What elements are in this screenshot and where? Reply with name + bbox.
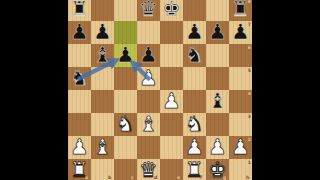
file-label-c: c <box>131 175 134 180</box>
square-e7[interactable] <box>160 21 183 44</box>
square-d6[interactable]: ♟ <box>137 44 160 67</box>
piece-black-bishop-b6[interactable]: ♝ <box>91 44 114 67</box>
square-b3[interactable] <box>91 113 114 136</box>
file-label-e: e <box>177 175 180 180</box>
square-f4[interactable] <box>183 90 206 113</box>
rank-label-5: 5 <box>246 68 251 73</box>
square-b7[interactable]: ♟ <box>91 21 114 44</box>
piece-white-bishop-b2[interactable]: ♝ <box>91 136 114 159</box>
chess-board[interactable]: ♜♛♚♜♟♟♟♟♟♝♟♟♞♞♟♟♝♞♝♞♟♝♟♟♟♜♛♜♚87654321abc… <box>68 0 252 180</box>
square-g6[interactable] <box>206 44 229 67</box>
square-f6[interactable]: ♞ <box>183 44 206 67</box>
square-e3[interactable] <box>160 113 183 136</box>
piece-white-pawn-a2[interactable]: ♟ <box>68 136 91 159</box>
square-g3[interactable] <box>206 113 229 136</box>
piece-black-bishop-g4[interactable]: ♝ <box>206 90 229 113</box>
square-c5[interactable] <box>114 67 137 90</box>
piece-white-knight-c3[interactable]: ♞ <box>114 113 137 136</box>
piece-white-rook-f1[interactable]: ♜ <box>183 159 206 180</box>
piece-black-pawn-f7[interactable]: ♟ <box>183 21 206 44</box>
square-d8[interactable]: ♛ <box>137 0 160 21</box>
rank-label-4: 4 <box>246 91 251 96</box>
piece-black-pawn-a7[interactable]: ♟ <box>68 21 91 44</box>
square-a8[interactable]: ♜ <box>68 0 91 21</box>
file-label-f: f <box>200 175 202 180</box>
square-d7[interactable] <box>137 21 160 44</box>
square-a7[interactable]: ♟ <box>68 21 91 44</box>
rank-label-1: 1 <box>246 160 251 165</box>
square-c8[interactable] <box>114 0 137 21</box>
piece-black-pawn-d6[interactable]: ♟ <box>137 44 160 67</box>
square-d5[interactable]: ♟ <box>137 67 160 90</box>
square-e8[interactable]: ♚ <box>160 0 183 21</box>
square-c6[interactable]: ♟ <box>114 44 137 67</box>
square-g8[interactable] <box>206 0 229 21</box>
square-a3[interactable] <box>68 113 91 136</box>
square-c2[interactable] <box>114 136 137 159</box>
square-f1[interactable]: ♜ <box>183 159 206 180</box>
square-d4[interactable] <box>137 90 160 113</box>
square-a2[interactable]: ♟ <box>68 136 91 159</box>
piece-white-pawn-d5[interactable]: ♟ <box>137 67 160 90</box>
piece-black-rook-a8[interactable]: ♜ <box>68 0 91 21</box>
square-b5[interactable] <box>91 67 114 90</box>
square-e4[interactable]: ♟ <box>160 90 183 113</box>
square-f8[interactable] <box>183 0 206 21</box>
square-a4[interactable] <box>68 90 91 113</box>
file-label-b: b <box>108 175 111 180</box>
piece-black-pawn-c6[interactable]: ♟ <box>114 44 137 67</box>
square-b2[interactable]: ♝ <box>91 136 114 159</box>
square-g7[interactable]: ♟ <box>206 21 229 44</box>
square-e5[interactable] <box>160 67 183 90</box>
square-b8[interactable] <box>91 0 114 21</box>
piece-black-queen-d8[interactable]: ♛ <box>137 0 160 21</box>
piece-black-king-e8[interactable]: ♚ <box>160 0 183 21</box>
square-f7[interactable]: ♟ <box>183 21 206 44</box>
square-g2[interactable]: ♟ <box>206 136 229 159</box>
piece-white-pawn-f2[interactable]: ♟ <box>183 136 206 159</box>
square-f3[interactable]: ♞ <box>183 113 206 136</box>
square-a6[interactable] <box>68 44 91 67</box>
file-label-d: d <box>154 175 157 180</box>
file-label-g: g <box>223 175 226 180</box>
square-c4[interactable] <box>114 90 137 113</box>
square-a5[interactable]: ♞ <box>68 67 91 90</box>
file-label-a: a <box>85 175 88 180</box>
square-c7[interactable] <box>114 21 137 44</box>
file-label-h: h <box>246 175 249 180</box>
square-e2[interactable] <box>160 136 183 159</box>
rank-label-8: 8 <box>246 0 251 4</box>
piece-black-knight-a5[interactable]: ♞ <box>68 67 91 90</box>
rank-label-7: 7 <box>246 22 251 27</box>
square-c3[interactable]: ♞ <box>114 113 137 136</box>
square-g4[interactable]: ♝ <box>206 90 229 113</box>
piece-black-pawn-b7[interactable]: ♟ <box>91 21 114 44</box>
rank-label-6: 6 <box>246 45 251 50</box>
piece-black-knight-f6[interactable]: ♞ <box>183 44 206 67</box>
square-f2[interactable]: ♟ <box>183 136 206 159</box>
square-b4[interactable] <box>91 90 114 113</box>
piece-white-pawn-g2[interactable]: ♟ <box>206 136 229 159</box>
rank-label-3: 3 <box>246 114 251 119</box>
piece-black-pawn-g7[interactable]: ♟ <box>206 21 229 44</box>
piece-white-bishop-d3[interactable]: ♝ <box>137 113 160 136</box>
square-g5[interactable] <box>206 67 229 90</box>
video-frame: ♜♛♚♜♟♟♟♟♟♝♟♟♞♞♟♟♝♞♝♞♟♝♟♟♟♜♛♜♚87654321abc… <box>0 0 320 180</box>
square-d2[interactable] <box>137 136 160 159</box>
square-e6[interactable] <box>160 44 183 67</box>
square-f5[interactable] <box>183 67 206 90</box>
square-b6[interactable]: ♝ <box>91 44 114 67</box>
rank-label-2: 2 <box>246 137 251 142</box>
piece-white-knight-f3[interactable]: ♞ <box>183 113 206 136</box>
piece-white-pawn-e4[interactable]: ♟ <box>160 90 183 113</box>
square-d3[interactable]: ♝ <box>137 113 160 136</box>
